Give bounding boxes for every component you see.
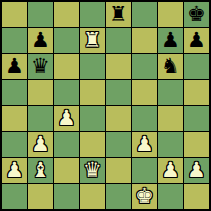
square-a6[interactable]: ♟ (2, 54, 27, 79)
square-f2[interactable] (132, 158, 157, 183)
black-queen-b6[interactable]: ♛ (31, 54, 50, 79)
square-f3[interactable]: ♟ (132, 132, 157, 157)
square-a2[interactable]: ♟ (2, 158, 27, 183)
square-g6[interactable]: ♞ (158, 54, 183, 79)
square-d7[interactable]: ♜ (80, 28, 105, 53)
square-a1[interactable] (2, 184, 27, 209)
square-c4[interactable]: ♟ (54, 106, 79, 131)
black-knight-g6[interactable]: ♞ (161, 54, 180, 79)
square-d8[interactable] (80, 2, 105, 27)
square-f4[interactable] (132, 106, 157, 131)
square-a5[interactable] (2, 80, 27, 105)
square-e6[interactable] (106, 54, 131, 79)
white-pawn-f3[interactable]: ♟ (135, 132, 154, 157)
black-pawn-b7[interactable]: ♟ (31, 28, 50, 53)
square-a3[interactable] (2, 132, 27, 157)
square-f7[interactable] (132, 28, 157, 53)
square-c6[interactable] (54, 54, 79, 79)
black-pawn-a6[interactable]: ♟ (5, 54, 24, 79)
square-c3[interactable] (54, 132, 79, 157)
white-pawn-h2[interactable]: ♟ (187, 158, 206, 183)
black-pawn-g7[interactable]: ♟ (161, 28, 180, 53)
square-h7[interactable]: ♟ (184, 28, 209, 53)
square-d5[interactable] (80, 80, 105, 105)
black-rook-e8[interactable]: ♜ (109, 2, 128, 27)
square-b4[interactable] (28, 106, 53, 131)
square-e4[interactable] (106, 106, 131, 131)
square-b1[interactable] (28, 184, 53, 209)
square-h2[interactable]: ♟ (184, 158, 209, 183)
square-b5[interactable] (28, 80, 53, 105)
square-c7[interactable] (54, 28, 79, 53)
square-b3[interactable]: ♟ (28, 132, 53, 157)
square-d3[interactable] (80, 132, 105, 157)
chess-board: ♜♚♟♜♟♟♟♛♞♟♟♟♟♝♛♟♟♚ (2, 2, 209, 209)
white-rook-d7[interactable]: ♜ (83, 28, 102, 53)
square-d1[interactable] (80, 184, 105, 209)
square-h8[interactable]: ♚ (184, 2, 209, 27)
square-d6[interactable] (80, 54, 105, 79)
square-a7[interactable] (2, 28, 27, 53)
black-pawn-h7[interactable]: ♟ (187, 28, 206, 53)
square-e5[interactable] (106, 80, 131, 105)
square-d2[interactable]: ♛ (80, 158, 105, 183)
white-queen-d2[interactable]: ♛ (83, 158, 102, 183)
square-e2[interactable] (106, 158, 131, 183)
square-f5[interactable] (132, 80, 157, 105)
white-pawn-b3[interactable]: ♟ (31, 132, 50, 157)
square-e1[interactable] (106, 184, 131, 209)
square-e8[interactable]: ♜ (106, 2, 131, 27)
white-pawn-g2[interactable]: ♟ (161, 158, 180, 183)
square-g1[interactable] (158, 184, 183, 209)
square-c2[interactable] (54, 158, 79, 183)
square-b6[interactable]: ♛ (28, 54, 53, 79)
chess-board-frame: ♜♚♟♜♟♟♟♛♞♟♟♟♟♝♛♟♟♚ (0, 0, 211, 211)
square-d4[interactable] (80, 106, 105, 131)
square-f1[interactable]: ♚ (132, 184, 157, 209)
white-bishop-b2[interactable]: ♝ (31, 158, 50, 183)
white-king-f1[interactable]: ♚ (135, 184, 154, 209)
square-h4[interactable] (184, 106, 209, 131)
square-h5[interactable] (184, 80, 209, 105)
white-pawn-c4[interactable]: ♟ (57, 106, 76, 131)
square-b8[interactable] (28, 2, 53, 27)
square-g7[interactable]: ♟ (158, 28, 183, 53)
square-g5[interactable] (158, 80, 183, 105)
square-e3[interactable] (106, 132, 131, 157)
square-f6[interactable] (132, 54, 157, 79)
square-a4[interactable] (2, 106, 27, 131)
square-a8[interactable] (2, 2, 27, 27)
square-c5[interactable] (54, 80, 79, 105)
square-g3[interactable] (158, 132, 183, 157)
square-h1[interactable] (184, 184, 209, 209)
square-c8[interactable] (54, 2, 79, 27)
square-b7[interactable]: ♟ (28, 28, 53, 53)
square-b2[interactable]: ♝ (28, 158, 53, 183)
square-c1[interactable] (54, 184, 79, 209)
square-h3[interactable] (184, 132, 209, 157)
square-f8[interactable] (132, 2, 157, 27)
square-g4[interactable] (158, 106, 183, 131)
square-h6[interactable] (184, 54, 209, 79)
black-king-h8[interactable]: ♚ (187, 2, 206, 27)
white-pawn-a2[interactable]: ♟ (5, 158, 24, 183)
square-g2[interactable]: ♟ (158, 158, 183, 183)
square-e7[interactable] (106, 28, 131, 53)
square-g8[interactable] (158, 2, 183, 27)
